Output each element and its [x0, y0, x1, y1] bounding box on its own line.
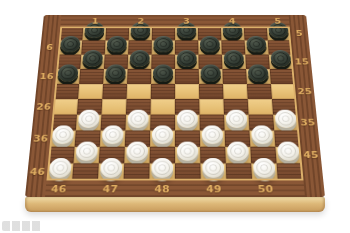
frame-label-bottom-46: 46: [45, 180, 72, 197]
square-9[interactable]: [198, 40, 222, 54]
checkers-photo: 146652471615348262544936355504645: [0, 0, 350, 233]
frame-label-bottom-48: 48: [149, 180, 175, 197]
square-8[interactable]: [152, 40, 175, 54]
white-piece-square-47[interactable]: [100, 158, 122, 178]
dark-square: [175, 163, 201, 180]
square-10[interactable]: [245, 40, 269, 54]
square-20[interactable]: [246, 69, 271, 84]
black-piece-square-14[interactable]: [223, 50, 244, 67]
dark-square: [124, 163, 150, 180]
square-4[interactable]: [221, 27, 245, 41]
black-piece-square-18[interactable]: [153, 64, 173, 81]
white-piece-square-35[interactable]: [275, 109, 297, 127]
white-piece-square-46[interactable]: [49, 158, 72, 178]
frame-label-right-35: 35: [298, 115, 319, 131]
square-42[interactable]: [124, 147, 150, 164]
white-piece-square-33[interactable]: [177, 109, 198, 127]
white-piece-square-45[interactable]: [277, 141, 300, 160]
square-12[interactable]: [128, 55, 152, 70]
dark-square: [72, 163, 99, 180]
square-35[interactable]: [273, 115, 299, 131]
frame-label-right-15: 15: [292, 55, 312, 70]
white-piece-square-43[interactable]: [177, 141, 198, 160]
black-piece-square-8[interactable]: [153, 36, 173, 52]
square-6[interactable]: [58, 40, 82, 54]
square-40[interactable]: [249, 131, 275, 147]
frame-label-top-3: 3: [175, 15, 198, 26]
frame-label-left-26: 26: [34, 99, 54, 115]
white-piece-square-41[interactable]: [76, 141, 99, 160]
watermark: [2, 221, 42, 231]
square-41[interactable]: [73, 147, 99, 164]
black-piece-square-20[interactable]: [248, 64, 269, 81]
square-33[interactable]: [175, 115, 200, 131]
frame-label-bottom-49: 49: [201, 180, 227, 197]
white-piece-square-37[interactable]: [102, 125, 124, 144]
dark-square: [270, 69, 295, 84]
black-piece-square-10[interactable]: [246, 36, 267, 52]
frame-label-top-1: 1: [83, 15, 107, 26]
square-13[interactable]: [175, 55, 199, 70]
frame-label-left-6: 6: [40, 40, 59, 54]
black-piece-square-16[interactable]: [57, 64, 78, 81]
square-49[interactable]: [200, 163, 226, 180]
dark-square: [175, 69, 199, 84]
white-piece-square-39[interactable]: [202, 125, 224, 144]
square-25[interactable]: [271, 84, 296, 99]
square-36[interactable]: [50, 131, 76, 147]
white-piece-square-49[interactable]: [202, 158, 224, 178]
white-piece-square-38[interactable]: [152, 125, 173, 144]
square-44[interactable]: [225, 147, 251, 164]
square-1[interactable]: [82, 27, 106, 41]
white-piece-square-32[interactable]: [127, 109, 148, 127]
square-37[interactable]: [100, 131, 126, 147]
board-front-edge: [25, 197, 325, 212]
square-15[interactable]: [269, 55, 294, 70]
square-14[interactable]: [222, 55, 246, 70]
square-48[interactable]: [149, 163, 175, 180]
square-46[interactable]: [46, 163, 73, 180]
square-24[interactable]: [223, 84, 248, 99]
black-piece-square-11[interactable]: [82, 50, 103, 67]
white-piece-square-31[interactable]: [78, 109, 100, 127]
dark-square: [102, 84, 127, 99]
square-7[interactable]: [105, 40, 129, 54]
frame-label-top-2: 2: [129, 15, 152, 26]
dark-square: [151, 84, 175, 99]
square-45[interactable]: [275, 147, 302, 164]
dark-square: [277, 163, 304, 180]
black-piece-square-13[interactable]: [177, 50, 197, 67]
square-2[interactable]: [129, 27, 152, 41]
dark-square: [226, 163, 252, 180]
square-50[interactable]: [251, 163, 278, 180]
square-16[interactable]: [55, 69, 80, 84]
black-piece-square-19[interactable]: [200, 64, 221, 81]
white-piece-square-44[interactable]: [227, 141, 249, 160]
frame-label-right-45: 45: [300, 147, 321, 164]
black-piece-square-9[interactable]: [200, 36, 220, 52]
square-39[interactable]: [200, 131, 225, 147]
dark-square: [199, 84, 224, 99]
square-23[interactable]: [175, 84, 199, 99]
square-47[interactable]: [98, 163, 124, 180]
frame-label-left-16: 16: [37, 69, 57, 84]
frame-label-top-4: 4: [220, 15, 243, 26]
white-piece-square-48[interactable]: [151, 158, 173, 178]
frame-label-bottom-47: 47: [97, 180, 124, 197]
board: 146652471615348262544936355504645: [25, 15, 325, 197]
dark-square: [54, 84, 79, 99]
square-26[interactable]: [52, 99, 78, 115]
square-31[interactable]: [76, 115, 102, 131]
frame-label-right-25: 25: [295, 84, 315, 99]
frame-label-top-5: 5: [266, 15, 290, 26]
black-piece-square-6[interactable]: [60, 36, 81, 52]
board-perspective-wrapper: 146652471615348262544936355504645: [25, 0, 325, 197]
square-19[interactable]: [199, 69, 223, 84]
dark-square: [79, 69, 104, 84]
square-32[interactable]: [125, 115, 150, 131]
frame-label-left-36: 36: [30, 131, 51, 147]
black-piece-square-7[interactable]: [107, 36, 127, 52]
square-27[interactable]: [101, 99, 126, 115]
black-piece-square-12[interactable]: [130, 50, 150, 67]
dark-square: [247, 84, 272, 99]
white-piece-square-36[interactable]: [52, 125, 75, 144]
square-21[interactable]: [78, 84, 103, 99]
square-34[interactable]: [224, 115, 249, 131]
square-17[interactable]: [103, 69, 127, 84]
square-43[interactable]: [175, 147, 200, 164]
square-22[interactable]: [127, 84, 152, 99]
square-29[interactable]: [199, 99, 224, 115]
black-piece-square-17[interactable]: [105, 64, 126, 81]
square-28[interactable]: [150, 99, 175, 115]
dark-square: [127, 69, 151, 84]
dark-square: [222, 69, 246, 84]
square-11[interactable]: [80, 55, 104, 70]
square-38[interactable]: [150, 131, 175, 147]
frame-label-left-46: 46: [27, 163, 48, 180]
white-piece-square-50[interactable]: [253, 158, 276, 178]
square-3[interactable]: [175, 27, 198, 41]
white-piece-square-34[interactable]: [226, 109, 248, 127]
frame-label-bottom-50: 50: [252, 180, 279, 197]
square-30[interactable]: [248, 99, 273, 115]
square-18[interactable]: [151, 69, 175, 84]
black-piece-square-15[interactable]: [270, 50, 291, 67]
white-piece-square-42[interactable]: [126, 141, 148, 160]
white-piece-square-40[interactable]: [251, 125, 273, 144]
frame-label-right-5: 5: [290, 27, 309, 41]
square-5[interactable]: [267, 27, 291, 41]
